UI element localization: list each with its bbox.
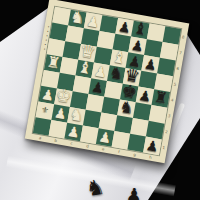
board-squares: ♞♟♟♝♟♛♝♟♟♜♝♟♞♛♟♚♟♜♟♚♞⚜♟♞♟♟♟: [33, 7, 181, 155]
white-pawn[interactable]: ♟: [86, 14, 101, 30]
white-pawn[interactable]: ♟: [98, 130, 113, 146]
black-rook[interactable]: ♜: [153, 90, 169, 107]
white-pawn[interactable]: ♟: [66, 124, 81, 140]
captured-black-pawn: ♟: [125, 185, 142, 200]
captured-black-knight: ♞: [85, 177, 107, 200]
black-pawn[interactable]: ♟: [143, 56, 158, 72]
black-pawn[interactable]: ♟: [138, 88, 153, 104]
black-pawn[interactable]: ♟: [90, 80, 105, 96]
chess-photo-scene: ♞♟♟♝♟♛♝♟♟♜♝♟♞♛♟♚♟♜♟♚♞⚜♟♞♟♟♟ abcdefgh 876…: [0, 0, 200, 200]
chess-board: ♞♟♟♝♟♛♝♟♟♜♝♟♞♛♟♚♟♜♟♚♞⚜♟♞♟♟♟ abcdefgh 876…: [25, 0, 190, 163]
black-pawn[interactable]: ♟: [130, 38, 145, 54]
white-pawn[interactable]: ♟: [40, 87, 55, 103]
board-logo-icon: ⚜: [40, 106, 50, 116]
white-pawn[interactable]: ♟: [53, 105, 68, 121]
black-pawn[interactable]: ♟: [117, 19, 132, 35]
white-rook[interactable]: ♜: [45, 54, 61, 71]
square-h1[interactable]: ♟: [143, 137, 162, 156]
white-pawn[interactable]: ♟: [93, 64, 108, 80]
black-pawn[interactable]: ♟: [145, 138, 160, 154]
